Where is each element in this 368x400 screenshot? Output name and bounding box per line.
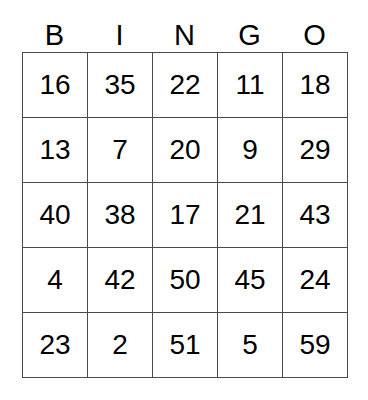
bingo-cell[interactable]: 7 [88,118,153,183]
bingo-cell[interactable]: 21 [218,183,283,248]
bingo-cell[interactable]: 24 [283,248,348,313]
bingo-cell[interactable]: 29 [283,118,348,183]
bingo-card: B I N G O 16 35 22 11 18 13 7 20 9 29 40… [22,18,348,378]
bingo-cell[interactable]: 4 [23,248,88,313]
bingo-header-row: B I N G O [22,18,348,52]
bingo-cell[interactable]: 13 [23,118,88,183]
bingo-cell[interactable]: 40 [23,183,88,248]
bingo-cell[interactable]: 18 [283,53,348,118]
bingo-cell[interactable]: 17 [153,183,218,248]
bingo-cell[interactable]: 22 [153,53,218,118]
bingo-card-page: B I N G O 16 35 22 11 18 13 7 20 9 29 40… [0,0,368,400]
bingo-cell[interactable]: 51 [153,313,218,378]
bingo-cell[interactable]: 42 [88,248,153,313]
header-letter-o: O [282,18,347,52]
bingo-cell[interactable]: 16 [23,53,88,118]
header-letter-b: B [22,18,87,52]
bingo-cell[interactable]: 35 [88,53,153,118]
bingo-cell[interactable]: 9 [218,118,283,183]
bingo-cell[interactable]: 43 [283,183,348,248]
bingo-cell[interactable]: 2 [88,313,153,378]
header-letter-g: G [217,18,282,52]
bingo-cell[interactable]: 11 [218,53,283,118]
bingo-cell[interactable]: 59 [283,313,348,378]
bingo-cell[interactable]: 45 [218,248,283,313]
bingo-cell[interactable]: 50 [153,248,218,313]
bingo-grid: 16 35 22 11 18 13 7 20 9 29 40 38 17 21 … [22,52,348,378]
bingo-cell[interactable]: 38 [88,183,153,248]
bingo-cell[interactable]: 5 [218,313,283,378]
bingo-cell[interactable]: 20 [153,118,218,183]
header-letter-n: N [152,18,217,52]
bingo-cell[interactable]: 23 [23,313,88,378]
header-letter-i: I [87,18,152,52]
